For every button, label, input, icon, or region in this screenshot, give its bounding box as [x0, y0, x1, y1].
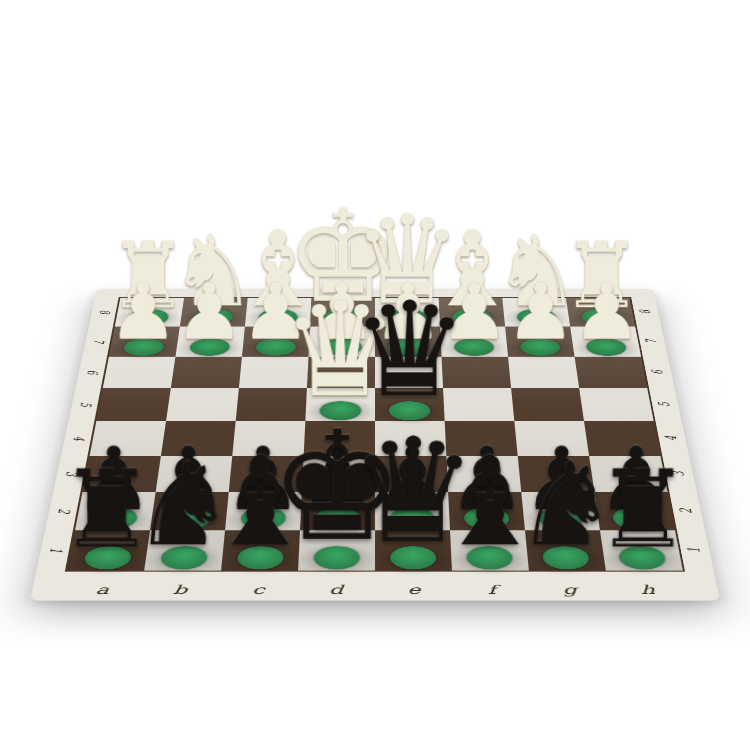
rank-label-right-5: 5	[629, 398, 701, 411]
black-rook-glyph: ♜	[550, 456, 736, 563]
rank-label-left-7: 7	[64, 335, 132, 347]
scene: abcdefgh 87654321 87654321 ♜♞♝♚♛♝♞♜♟♟♟♟♟…	[0, 0, 750, 750]
chess-set-product-photo: abcdefgh 87654321 87654321 ♜♞♝♚♛♝♞♜♟♟♟♟♟…	[0, 0, 750, 750]
rank-label-right-8: 8	[612, 306, 679, 318]
rank-label-right-6: 6	[623, 366, 693, 379]
rank-label-right-7: 7	[617, 335, 685, 347]
black-queen-glyph: ♛	[325, 284, 493, 415]
rank-label-left-5: 5	[50, 398, 122, 411]
chessboard: abcdefgh 87654321 87654321 ♜♞♝♚♛♝♞♜♟♟♟♟♟…	[30, 289, 720, 601]
rank-label-left-6: 6	[57, 366, 127, 379]
rank-label-left-8: 8	[71, 306, 138, 318]
